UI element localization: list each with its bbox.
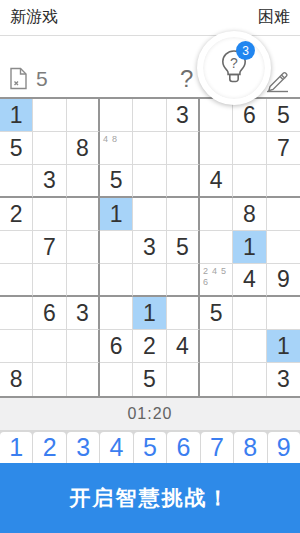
numpad-key-4[interactable]: 4	[100, 432, 132, 463]
numpad-key-3[interactable]: 3	[67, 432, 99, 463]
cell-r1c6[interactable]: 3	[167, 99, 200, 132]
cell-r5c8[interactable]: 1	[233, 231, 266, 264]
numpad-key-8[interactable]: 8	[234, 432, 266, 463]
cell-r7c4[interactable]	[100, 297, 133, 330]
cell-r3c6[interactable]	[167, 165, 200, 198]
numpad-key-6[interactable]: 6	[167, 432, 199, 463]
sudoku-board: 136558487354218735124564963156241853	[0, 97, 300, 398]
cell-r5c3[interactable]	[67, 231, 100, 264]
cell-r7c8[interactable]	[233, 297, 266, 330]
cell-r7c1[interactable]	[0, 297, 33, 330]
cell-r6c4[interactable]	[100, 264, 133, 297]
cell-r2c4[interactable]: 48	[100, 132, 133, 165]
top-bar: 新游戏 困难	[0, 0, 300, 36]
cell-r7c2[interactable]: 6	[33, 297, 66, 330]
cell-r6c6[interactable]	[167, 264, 200, 297]
cell-r6c5[interactable]	[133, 264, 166, 297]
cell-r8c9[interactable]: 1	[267, 330, 300, 363]
cell-r2c5[interactable]	[133, 132, 166, 165]
cell-r8c5[interactable]: 2	[133, 330, 166, 363]
cell-r8c4[interactable]: 6	[100, 330, 133, 363]
notes-r6c7: 2456	[203, 266, 233, 288]
cell-r9c7[interactable]	[200, 363, 233, 396]
cell-r2c6[interactable]	[167, 132, 200, 165]
cell-r3c5[interactable]	[133, 165, 166, 198]
timer-bar: 01:20	[0, 398, 300, 430]
timer-value: 01:20	[127, 405, 172, 423]
cell-r9c2[interactable]	[33, 363, 66, 396]
cell-r5c2[interactable]: 7	[33, 231, 66, 264]
cell-r4c6[interactable]	[167, 198, 200, 231]
cell-r3c2[interactable]: 3	[33, 165, 66, 198]
numpad-key-9[interactable]: 9	[268, 432, 300, 463]
cell-r5c1[interactable]	[0, 231, 33, 264]
cell-r9c5[interactable]: 5	[133, 363, 166, 396]
cell-r7c9[interactable]	[267, 297, 300, 330]
toolbar: 5 ? ? 3	[0, 36, 300, 97]
numpad-key-2[interactable]: 2	[33, 432, 65, 463]
cell-r4c8[interactable]: 8	[233, 198, 266, 231]
cell-r2c1[interactable]: 5	[0, 132, 33, 165]
cell-r4c2[interactable]	[33, 198, 66, 231]
cell-r6c8[interactable]: 4	[233, 264, 266, 297]
cell-r1c9[interactable]: 5	[267, 99, 300, 132]
help-icon[interactable]: ?	[180, 67, 193, 91]
cell-r4c7[interactable]	[200, 198, 233, 231]
new-game-button[interactable]: 新游戏	[10, 7, 58, 28]
cell-r9c1[interactable]: 8	[0, 363, 33, 396]
notes-r2c4: 48	[103, 134, 133, 145]
hint-spotlight-ring: ?	[197, 31, 271, 105]
cell-r6c1[interactable]	[0, 264, 33, 297]
cell-r4c1[interactable]: 2	[0, 198, 33, 231]
numpad-key-1[interactable]: 1	[0, 432, 32, 463]
cell-r5c9[interactable]	[267, 231, 300, 264]
cell-r2c3[interactable]: 8	[67, 132, 100, 165]
numpad-key-5[interactable]: 5	[134, 432, 166, 463]
cell-r1c5[interactable]	[133, 99, 166, 132]
cell-r2c7[interactable]	[200, 132, 233, 165]
cell-r9c9[interactable]: 3	[267, 363, 300, 396]
cell-r8c2[interactable]	[33, 330, 66, 363]
cell-r7c6[interactable]	[167, 297, 200, 330]
cell-r7c3[interactable]: 3	[67, 297, 100, 330]
cell-r8c3[interactable]	[67, 330, 100, 363]
cell-r6c9[interactable]: 9	[267, 264, 300, 297]
cell-r3c1[interactable]	[0, 165, 33, 198]
cell-r7c7[interactable]: 5	[200, 297, 233, 330]
cell-r4c3[interactable]	[67, 198, 100, 231]
cell-r8c7[interactable]	[200, 330, 233, 363]
hint-badge: 3	[236, 41, 255, 60]
cell-r2c8[interactable]	[233, 132, 266, 165]
mistakes-count: 5	[36, 68, 48, 90]
cell-r6c7[interactable]: 2456	[200, 264, 233, 297]
cell-r7c5[interactable]: 1	[133, 297, 166, 330]
start-challenge-button[interactable]: 开启智慧挑战！	[0, 463, 300, 533]
cell-r4c4[interactable]: 1	[100, 198, 133, 231]
cell-r5c6[interactable]: 5	[167, 231, 200, 264]
cell-r5c7[interactable]	[200, 231, 233, 264]
cell-r1c2[interactable]	[33, 99, 66, 132]
cell-r5c4[interactable]	[100, 231, 133, 264]
cell-r2c2[interactable]	[33, 132, 66, 165]
cell-r5c5[interactable]: 3	[133, 231, 166, 264]
mistakes-group: 5	[9, 67, 48, 90]
start-challenge-label: 开启智慧挑战！	[70, 484, 231, 512]
cell-r6c3[interactable]	[67, 264, 100, 297]
cell-r9c3[interactable]	[67, 363, 100, 396]
sudoku-app: 新游戏 困难 5 ?	[0, 0, 300, 533]
cell-r8c1[interactable]	[0, 330, 33, 363]
cell-r8c8[interactable]	[233, 330, 266, 363]
cell-r6c2[interactable]	[33, 264, 66, 297]
difficulty-label[interactable]: 困难	[258, 7, 290, 28]
cell-r9c4[interactable]	[100, 363, 133, 396]
cell-r9c8[interactable]	[233, 363, 266, 396]
cell-r8c6[interactable]: 4	[167, 330, 200, 363]
cell-r3c9[interactable]	[267, 165, 300, 198]
number-pad: 123456789	[0, 430, 300, 463]
cell-r3c7[interactable]: 4	[200, 165, 233, 198]
cell-r3c4[interactable]: 5	[100, 165, 133, 198]
cell-r9c6[interactable]	[167, 363, 200, 396]
cell-r2c9[interactable]: 7	[267, 132, 300, 165]
cell-r1c3[interactable]	[67, 99, 100, 132]
cell-r4c9[interactable]	[267, 198, 300, 231]
cell-r4c5[interactable]	[133, 198, 166, 231]
svg-text:?: ?	[230, 55, 238, 71]
numpad-key-7[interactable]: 7	[201, 432, 233, 463]
cell-r1c4[interactable]	[100, 99, 133, 132]
cell-r3c3[interactable]	[67, 165, 100, 198]
page-x-icon[interactable]	[9, 67, 28, 90]
cell-r3c8[interactable]	[233, 165, 266, 198]
cell-r1c1[interactable]: 1	[0, 99, 33, 132]
